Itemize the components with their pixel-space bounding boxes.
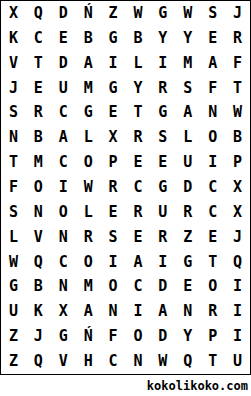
grid-cell: Z <box>101 1 126 26</box>
grid-cell: G <box>76 100 101 125</box>
grid-cell: R <box>175 200 200 225</box>
grid-cell: V <box>1 51 26 76</box>
grid-cell: L <box>125 51 150 76</box>
grid-cell: G <box>1 275 26 300</box>
grid-cell: G <box>175 250 200 275</box>
grid-cell: C <box>51 150 76 175</box>
grid-cell: Q <box>26 250 51 275</box>
grid-cell: A <box>76 51 101 76</box>
grid-cell: O <box>200 125 225 150</box>
grid-cell: M <box>26 150 51 175</box>
grid-cell: R <box>125 125 150 150</box>
grid-cell: Q <box>225 250 250 275</box>
grid-cell: I <box>225 275 250 300</box>
grid-cell: P <box>101 150 126 175</box>
grid-cell: Q <box>26 1 51 26</box>
grid-cell: U <box>150 200 175 225</box>
grid-cell: Y <box>150 26 175 51</box>
grid-cell: D <box>51 51 76 76</box>
grid-cell: O <box>125 324 150 349</box>
grid-cell: B <box>76 26 101 51</box>
grid-cell: I <box>101 250 126 275</box>
grid-cell: T <box>225 76 250 101</box>
grid-cell: I <box>51 175 76 200</box>
grid-cell: C <box>51 250 76 275</box>
grid-cell: U <box>51 76 76 101</box>
grid-cell: X <box>51 299 76 324</box>
grid-cell: A <box>175 100 200 125</box>
grid-cell: F <box>101 324 126 349</box>
grid-cell: T <box>1 150 26 175</box>
grid-cell: O <box>26 175 51 200</box>
grid-cell: E <box>200 26 225 51</box>
grid-cell: J <box>225 1 250 26</box>
grid-cell: X <box>225 175 250 200</box>
grid-cell: N <box>1 125 26 150</box>
grid-cell: R <box>150 76 175 101</box>
grid-cell: P <box>200 324 225 349</box>
grid-cell: U <box>1 299 26 324</box>
grid-cell: H <box>76 349 101 374</box>
grid-cell: N <box>200 100 225 125</box>
grid-cell: R <box>26 100 51 125</box>
grid-cell: U <box>175 150 200 175</box>
grid-cell: L <box>76 200 101 225</box>
grid-cell: G <box>101 76 126 101</box>
grid-cell: E <box>200 225 225 250</box>
grid-cell: G <box>51 324 76 349</box>
grid-cell: I <box>225 324 250 349</box>
footer: kokolikoko.com <box>0 375 251 396</box>
grid-cell: Y <box>125 76 150 101</box>
grid-cell: B <box>26 275 51 300</box>
grid-cell: I <box>225 299 250 324</box>
grid-cell: A <box>76 299 101 324</box>
grid-cell: G <box>101 26 126 51</box>
grid-cell: I <box>200 150 225 175</box>
grid-cell: D <box>150 324 175 349</box>
grid-cell: O <box>76 250 101 275</box>
grid-cell: I <box>101 51 126 76</box>
grid-cell: M <box>175 51 200 76</box>
grid-cell: Z <box>175 225 200 250</box>
grid-cell: K <box>1 26 26 51</box>
grid-cell: M <box>76 76 101 101</box>
grid-cell: K <box>26 299 51 324</box>
grid-cell: E <box>125 150 150 175</box>
grid-cell: N <box>175 299 200 324</box>
grid-cell: W <box>76 175 101 200</box>
grid-cell: N <box>125 349 150 374</box>
grid-cell: D <box>51 1 76 26</box>
grid-cell: C <box>125 275 150 300</box>
grid-cell: T <box>125 100 150 125</box>
grid-cell: G <box>150 1 175 26</box>
grid-cell: C <box>26 26 51 51</box>
grid-cell: R <box>150 225 175 250</box>
grid-cell: N <box>101 299 126 324</box>
grid-cell: E <box>150 150 175 175</box>
grid-cell: A <box>51 125 76 150</box>
grid-cell: E <box>101 200 126 225</box>
grid-cell: Ń <box>76 1 101 26</box>
grid-cell: W <box>150 349 175 374</box>
grid-cell: J <box>26 324 51 349</box>
grid-cell: C <box>51 100 76 125</box>
grid-cell: Ń <box>76 324 101 349</box>
grid-cell: U <box>225 349 250 374</box>
grid-cell: G <box>150 175 175 200</box>
grid-cell: T <box>200 250 225 275</box>
grid-cell: F <box>1 175 26 200</box>
grid-cell: Z <box>1 324 26 349</box>
grid-cell: C <box>200 175 225 200</box>
grid-cell: S <box>101 225 126 250</box>
grid-cell: R <box>225 26 250 51</box>
grid-cell: D <box>175 175 200 200</box>
grid-cell: X <box>225 200 250 225</box>
grid-cell: R <box>125 200 150 225</box>
grid-cell: E <box>51 26 76 51</box>
grid-cell: M <box>76 275 101 300</box>
grid-cell: V <box>51 349 76 374</box>
grid-cell: L <box>1 225 26 250</box>
grid-cell: Q <box>175 349 200 374</box>
grid-cell: L <box>175 125 200 150</box>
grid-cell: S <box>1 100 26 125</box>
grid-cell: C <box>101 349 126 374</box>
grid-cell: W <box>225 100 250 125</box>
grid-cell: D <box>150 275 175 300</box>
grid-cell: R <box>76 225 101 250</box>
grid-cell: E <box>125 225 150 250</box>
grid-cell: R <box>200 299 225 324</box>
grid-cell: B <box>26 125 51 150</box>
grid-cell: A <box>200 51 225 76</box>
grid-cell: L <box>76 125 101 150</box>
grid-cell: W <box>175 1 200 26</box>
grid-cell: I <box>150 250 175 275</box>
watermark-text: kokolikoko.com <box>147 379 248 393</box>
grid-cell: J <box>225 225 250 250</box>
grid-cell: O <box>101 275 126 300</box>
grid-cell: A <box>150 299 175 324</box>
grid-cell: E <box>175 275 200 300</box>
grid-cell: R <box>101 175 126 200</box>
grid-cell: I <box>150 51 175 76</box>
grid-cell: C <box>125 175 150 200</box>
grid-cell: V <box>26 225 51 250</box>
grid-cell: B <box>125 26 150 51</box>
grid-cell: I <box>125 299 150 324</box>
grid-cell: O <box>200 275 225 300</box>
grid-cell: T <box>26 51 51 76</box>
grid-cell: F <box>200 76 225 101</box>
grid-cell: S <box>150 125 175 150</box>
grid-cell: N <box>51 225 76 250</box>
grid-cell: N <box>51 275 76 300</box>
grid-cell: X <box>1 1 26 26</box>
word-search-page: XQDŃZWGWSJKCEBGBYYERVTDAILIMAFJEUMGYRSFT… <box>0 0 251 396</box>
grid-cell: J <box>1 76 26 101</box>
grid-cell: F <box>225 51 250 76</box>
grid-cell: Q <box>26 349 51 374</box>
grid-cell: Y <box>175 26 200 51</box>
grid-cell: X <box>101 125 126 150</box>
grid-cell: S <box>1 200 26 225</box>
grid-cell: Y <box>175 324 200 349</box>
grid-cell: O <box>76 150 101 175</box>
grid-cell: S <box>175 76 200 101</box>
grid-cell: W <box>125 1 150 26</box>
grid-cell: T <box>200 349 225 374</box>
grid-cell: N <box>26 200 51 225</box>
grid-cell: W <box>1 250 26 275</box>
grid-cell: E <box>26 76 51 101</box>
grid-cell: A <box>125 250 150 275</box>
grid-cell: Z <box>1 349 26 374</box>
grid-cell: P <box>225 150 250 175</box>
grid-cell: B <box>225 125 250 150</box>
word-search-grid: XQDŃZWGWSJKCEBGBYYERVTDAILIMAFJEUMGYRSFT… <box>0 0 251 375</box>
grid-cell: G <box>150 100 175 125</box>
grid-cell: O <box>51 200 76 225</box>
grid-cell: E <box>101 100 126 125</box>
grid-cell: C <box>200 200 225 225</box>
grid-cell: S <box>200 1 225 26</box>
